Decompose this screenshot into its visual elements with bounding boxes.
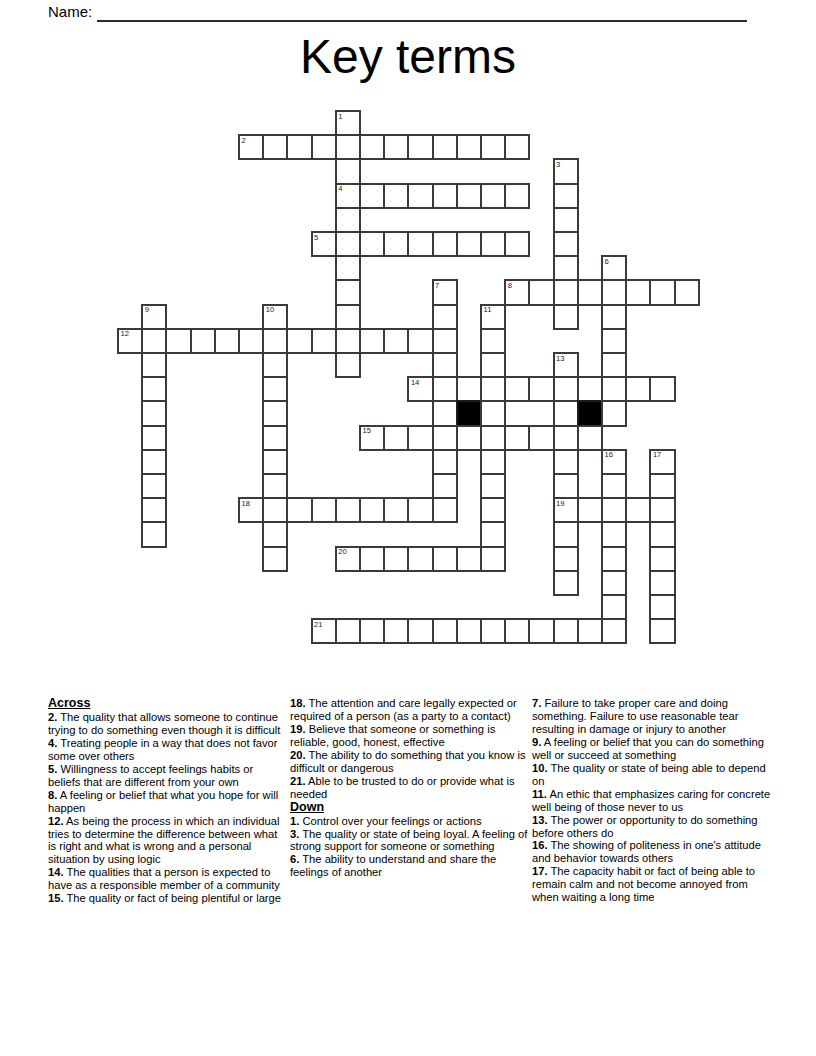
cell-r12c1[interactable] [141,400,167,426]
clue-14-across: 14. The qualities that a person is expec… [48,866,288,892]
cell-r21c11[interactable] [383,618,409,644]
cell-r13c11[interactable] [383,425,409,451]
cell-r9c7[interactable] [286,328,312,354]
clue-label: 2. [48,711,57,723]
clue-label: 13. [532,814,548,826]
cell-r13c13[interactable] [432,425,458,451]
clue-1-down: 1. Control over your feelings or actions [290,815,530,828]
cell-r14c20[interactable]: 16 [601,449,627,475]
cell-r5c14[interactable] [456,231,482,257]
clue-21-across: 21. Able to be trusted to do or provide … [290,775,530,801]
cell-r16c13[interactable] [432,497,458,523]
cell-r21c16[interactable] [504,618,530,644]
cell-r3c15[interactable] [480,183,506,209]
cell-r21c9[interactable] [335,618,361,644]
cell-r16c1[interactable] [141,497,167,523]
clue-18-across: 18. The attention and care legally expec… [290,697,530,723]
cell-r16c19[interactable] [577,497,603,523]
cell-r19c20[interactable] [601,570,627,596]
clue-3-down: 3. The quality or state of being loyal. … [290,828,530,854]
cell-r1c13[interactable] [432,134,458,160]
clue-label: 15. [48,892,64,904]
cell-r21c15[interactable] [480,618,506,644]
cell-r5c18[interactable] [553,231,579,257]
cell-r9c1[interactable] [141,328,167,354]
cell-r9c3[interactable] [190,328,216,354]
down-header: Down [290,801,530,814]
clue-label: 18. [290,697,306,709]
clue-number-16: 16 [605,451,613,459]
clue-label: 10. [532,762,548,774]
cell-r9c10[interactable] [359,328,385,354]
clue-2-across: 2. The quality that allows someone to co… [48,711,288,737]
cell-r12c18[interactable] [553,400,579,426]
clue-12-across: 12. As being the process in which an ind… [48,815,288,867]
cell-r8c6[interactable]: 10 [262,304,288,330]
cell-r15c1[interactable] [141,473,167,499]
clue-9-down: 9. A feeling or belief that you can do s… [532,736,772,762]
cell-r10c6[interactable] [262,352,288,378]
clue-label: 20. [290,749,306,761]
cell-r14c1[interactable] [141,449,167,475]
cell-r14c6[interactable] [262,449,288,475]
cell-r18c13[interactable] [432,546,458,572]
cell-r5c9[interactable] [335,231,361,257]
cell-r9c2[interactable] [165,328,191,354]
cell-r13c6[interactable] [262,425,288,451]
cell-r11c1[interactable] [141,376,167,402]
cell-r18c10[interactable] [359,546,385,572]
cell-r13c16[interactable] [504,425,530,451]
cell-r9c8[interactable] [311,328,337,354]
clue-number-14: 14 [411,379,419,387]
clue-number-17: 17 [653,451,661,459]
cell-r18c15[interactable] [480,546,506,572]
cell-r8c9[interactable] [335,304,361,330]
clue-number-11: 11 [484,306,492,314]
cell-r16c18[interactable]: 19 [553,497,579,523]
cell-r11c13[interactable] [432,376,458,402]
cell-r16c6[interactable] [262,497,288,523]
cell-r17c15[interactable] [480,521,506,547]
cell-r7c22[interactable] [649,279,675,305]
clue-label: 11. [532,788,547,800]
cell-r15c20[interactable] [601,473,627,499]
clue-13-down: 13. The power or opportunity to do somet… [532,814,772,840]
cell-r5c16[interactable] [504,231,530,257]
cell-r13c10[interactable]: 15 [359,425,385,451]
cell-r20c20[interactable] [601,594,627,620]
cell-r17c18[interactable] [553,521,579,547]
cell-r8c15[interactable]: 11 [480,304,506,330]
cell-r16c7[interactable] [286,497,312,523]
cell-r19c18[interactable] [553,570,579,596]
clue-number-21: 21 [314,621,322,629]
cell-r10c9[interactable] [335,352,361,378]
cell-r2c18[interactable]: 3 [553,158,579,184]
cell-r20c22[interactable] [649,594,675,620]
cell-r1c8[interactable] [311,134,337,160]
clue-8-across: 8. A feeling or belief that what you hop… [48,789,288,815]
cell-r8c18[interactable] [553,304,579,330]
cell-r21c14[interactable] [456,618,482,644]
cell-r11c19[interactable] [577,376,603,402]
cell-r18c6[interactable] [262,546,288,572]
cell-r9c9[interactable] [335,328,361,354]
clue-5-across: 5. Willingness to accept feelings habits… [48,763,288,789]
clue-20-across: 20. The ability to do something that you… [290,749,530,775]
clues-column-3: 7. Failure to take proper care and doing… [532,697,772,904]
cell-r16c9[interactable] [335,497,361,523]
clue-6-down: 6. The ability to understand and share t… [290,853,530,879]
cell-r1c9[interactable] [335,134,361,160]
clue-number-6: 6 [605,258,609,266]
clue-4-across: 4. Treating people in a way that does no… [48,737,288,763]
cell-r5c13[interactable] [432,231,458,257]
cell-r11c21[interactable] [625,376,651,402]
cell-r18c12[interactable] [407,546,433,572]
cell-r11c22[interactable] [649,376,675,402]
black-cell-r12c19 [577,400,603,426]
cell-r5c15[interactable] [480,231,506,257]
cell-r11c16[interactable] [504,376,530,402]
cell-r13c19[interactable] [577,425,603,451]
cell-r9c15[interactable] [480,328,506,354]
cell-r1c16[interactable] [504,134,530,160]
clue-number-8: 8 [508,282,512,290]
clue-16-down: 16. The showing of politeness in one's a… [532,839,772,865]
cell-r9c12[interactable] [407,328,433,354]
clue-label: 12. [48,815,64,827]
clue-label: 4. [48,737,57,749]
clue-15-across: 15. The quality or fact of being plentif… [48,892,288,905]
cell-r15c18[interactable] [553,473,579,499]
cell-r1c14[interactable] [456,134,482,160]
cell-r8c20[interactable] [601,304,627,330]
clue-number-13: 13 [556,355,564,363]
crossword-grid: 123456789101112131415161718192021 [117,110,698,643]
clue-number-20: 20 [338,548,346,556]
cell-r14c15[interactable] [480,449,506,475]
cell-r11c20[interactable] [601,376,627,402]
cell-r17c6[interactable] [262,521,288,547]
cell-r16c22[interactable] [649,497,675,523]
clue-number-2: 2 [242,137,246,145]
cell-r16c5[interactable]: 18 [238,497,264,523]
clues-column-1: Across2. The quality that allows someone… [48,697,288,905]
cell-r1c10[interactable] [359,134,385,160]
cell-r9c11[interactable] [383,328,409,354]
cell-r18c11[interactable] [383,546,409,572]
cell-r17c22[interactable] [649,521,675,547]
cell-r9c20[interactable] [601,328,627,354]
cell-r5c8[interactable]: 5 [311,231,337,257]
clue-label: 7. [532,697,541,709]
clue-number-18: 18 [242,500,250,508]
cell-r11c15[interactable] [480,376,506,402]
clue-label: 19. [290,723,306,735]
clue-number-4: 4 [338,185,342,193]
cell-r21c12[interactable] [407,618,433,644]
cell-r10c15[interactable] [480,352,506,378]
clue-number-9: 9 [145,306,149,314]
cell-r13c17[interactable] [528,425,554,451]
cell-r13c12[interactable] [407,425,433,451]
cell-r7c13[interactable]: 7 [432,279,458,305]
cell-r19c22[interactable] [649,570,675,596]
cell-r3c11[interactable] [383,183,409,209]
clue-number-5: 5 [314,234,318,242]
cell-r8c1[interactable]: 9 [141,304,167,330]
cell-r1c12[interactable] [407,134,433,160]
cell-r9c0[interactable]: 12 [117,328,143,354]
cell-r21c19[interactable] [577,618,603,644]
clue-label: 16. [532,839,548,851]
cell-r14c22[interactable]: 17 [649,449,675,475]
cell-r0c9[interactable]: 1 [335,110,361,136]
cell-r10c20[interactable] [601,352,627,378]
cell-r3c16[interactable] [504,183,530,209]
cell-r10c13[interactable] [432,352,458,378]
cell-r14c13[interactable] [432,449,458,475]
cell-r7c19[interactable] [577,279,603,305]
cell-r12c13[interactable] [432,400,458,426]
cell-r12c15[interactable] [480,400,506,426]
clue-label: 21. [290,775,306,787]
clue-label: 5. [48,763,57,775]
black-cell-r12c14 [456,400,482,426]
cell-r6c9[interactable] [335,255,361,281]
cell-r3c18[interactable] [553,183,579,209]
clue-number-10: 10 [266,306,274,314]
cell-r21c20[interactable] [601,618,627,644]
cell-r16c15[interactable] [480,497,506,523]
cell-r16c10[interactable] [359,497,385,523]
cell-r12c20[interactable] [601,400,627,426]
clue-label: 1. [290,815,299,827]
cell-r7c23[interactable] [674,279,700,305]
cell-r18c18[interactable] [553,546,579,572]
name-blank-line [97,3,747,22]
clue-label: 9. [532,736,541,748]
cell-r1c15[interactable] [480,134,506,160]
cell-r1c7[interactable] [286,134,312,160]
cell-r6c18[interactable] [553,255,579,281]
cell-r5c11[interactable] [383,231,409,257]
cell-r10c18[interactable]: 13 [553,352,579,378]
cell-r13c15[interactable] [480,425,506,451]
page-title: Key terms [0,31,816,83]
cell-r7c21[interactable] [625,279,651,305]
clue-label: 14. [48,866,64,878]
cell-r11c6[interactable] [262,376,288,402]
cell-r4c18[interactable] [553,207,579,233]
clues-column-2: 18. The attention and care legally expec… [290,697,530,879]
cell-r6c20[interactable]: 6 [601,255,627,281]
cell-r21c17[interactable] [528,618,554,644]
clue-number-19: 19 [556,500,564,508]
clue-label: 8. [48,789,57,801]
cell-r3c12[interactable] [407,183,433,209]
cell-r7c18[interactable] [553,279,579,305]
clue-11-down: 11. An ethic that emphasizes caring for … [532,788,772,814]
cell-r3c14[interactable] [456,183,482,209]
clue-label: 3. [290,828,299,840]
cell-r21c8[interactable]: 21 [311,618,337,644]
clue-number-12: 12 [121,330,129,338]
clue-label: 6. [290,853,299,865]
clue-number-1: 1 [338,113,342,121]
cell-r10c1[interactable] [141,352,167,378]
cell-r15c22[interactable] [649,473,675,499]
cell-r16c8[interactable] [311,497,337,523]
cell-r18c14[interactable] [456,546,482,572]
clue-17-down: 17. The capacity habit or fact of being … [532,865,772,904]
cell-r11c18[interactable] [553,376,579,402]
cell-r9c4[interactable] [214,328,240,354]
cell-r9c6[interactable] [262,328,288,354]
clue-label: 17. [532,865,548,877]
cell-r5c10[interactable] [359,231,385,257]
cell-r11c12[interactable]: 14 [407,376,433,402]
cell-r3c9[interactable]: 4 [335,183,361,209]
cell-r11c14[interactable] [456,376,482,402]
cell-r1c11[interactable] [383,134,409,160]
cell-r8c13[interactable] [432,304,458,330]
cell-r17c1[interactable] [141,521,167,547]
cell-r15c6[interactable] [262,473,288,499]
cell-r1c6[interactable] [262,134,288,160]
cell-r21c22[interactable] [649,618,675,644]
cell-r16c12[interactable] [407,497,433,523]
cell-r21c10[interactable] [359,618,385,644]
cell-r17c20[interactable] [601,521,627,547]
cell-r4c9[interactable] [335,207,361,233]
clue-number-3: 3 [556,161,560,169]
cell-r9c13[interactable] [432,328,458,354]
clue-19-across: 19. Believe that someone or something is… [290,723,530,749]
cell-r3c13[interactable] [432,183,458,209]
cell-r15c15[interactable] [480,473,506,499]
cell-r13c14[interactable] [456,425,482,451]
name-row: Name: [48,3,747,25]
cell-r16c11[interactable] [383,497,409,523]
cell-r7c9[interactable] [335,279,361,305]
cell-r13c1[interactable] [141,425,167,451]
cell-r3c10[interactable] [359,183,385,209]
cell-r18c20[interactable] [601,546,627,572]
cell-r7c20[interactable] [601,279,627,305]
cell-r2c9[interactable] [335,158,361,184]
cell-r21c13[interactable] [432,618,458,644]
clue-number-7: 7 [435,282,439,290]
clue-number-15: 15 [363,427,371,435]
clue-10-down: 10. The quality or state of being able t… [532,762,772,788]
cell-r18c9[interactable]: 20 [335,546,361,572]
cell-r13c18[interactable] [553,425,579,451]
cell-r5c12[interactable] [407,231,433,257]
cell-r9c5[interactable] [238,328,264,354]
name-label: Name: [48,3,92,20]
cell-r12c6[interactable] [262,400,288,426]
cell-r16c20[interactable] [601,497,627,523]
cell-r15c13[interactable] [432,473,458,499]
cell-r16c21[interactable] [625,497,651,523]
cell-r1c5[interactable]: 2 [238,134,264,160]
cell-r11c17[interactable] [528,376,554,402]
cell-r14c18[interactable] [553,449,579,475]
cell-r21c18[interactable] [553,618,579,644]
cell-r7c17[interactable] [528,279,554,305]
clue-7-down: 7. Failure to take proper care and doing… [532,697,772,736]
across-header: Across [48,697,288,710]
cell-r7c16[interactable]: 8 [504,279,530,305]
cell-r18c22[interactable] [649,546,675,572]
